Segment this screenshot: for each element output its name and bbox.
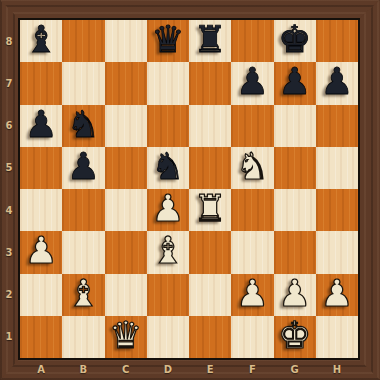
piece-white-pawn: ♟ [320,275,353,315]
frame-edge-top [0,0,380,20]
piece-white-rook: ♜ [194,190,227,230]
square-f6[interactable] [231,105,273,147]
rank-label-4: 4 [0,189,18,231]
square-a2[interactable] [20,274,62,316]
square-e8[interactable]: ♜ [189,20,231,62]
square-g1[interactable]: ♚ [274,316,316,358]
square-a1[interactable] [20,316,62,358]
file-label-f: F [231,358,273,380]
square-e3[interactable] [189,231,231,273]
rank-label-7: 7 [0,62,18,104]
square-a6[interactable]: ♟ [20,105,62,147]
square-h7[interactable]: ♟ [316,62,358,104]
square-g7[interactable]: ♟ [274,62,316,104]
rank-label-5: 5 [0,147,18,189]
rank-label-8: 8 [0,20,18,62]
square-c3[interactable] [105,231,147,273]
square-b7[interactable] [62,62,104,104]
square-d1[interactable] [147,316,189,358]
piece-black-pawn: ♟ [67,148,100,188]
square-b5[interactable]: ♟ [62,147,104,189]
piece-white-king: ♚ [278,317,311,357]
piece-white-bishop: ♝ [67,275,100,315]
square-b1[interactable] [62,316,104,358]
square-g8[interactable]: ♚ [274,20,316,62]
piece-black-pawn: ♟ [278,63,311,103]
piece-black-queen: ♛ [151,21,184,61]
square-h6[interactable] [316,105,358,147]
file-label-h: H [316,358,358,380]
square-a3[interactable]: ♟ [20,231,62,273]
square-e6[interactable] [189,105,231,147]
piece-white-queen: ♛ [109,317,142,357]
rank-labels: 87654321 [0,20,18,358]
rank-label-2: 2 [0,274,18,316]
file-label-b: B [62,358,104,380]
board-frame-inner: ♝♛♜♚♟♟♟♟♞♟♞♞♟♜♟♝♝♟♟♟♛♚ [18,18,360,360]
square-c6[interactable] [105,105,147,147]
square-d4[interactable]: ♟ [147,189,189,231]
square-c7[interactable] [105,62,147,104]
square-g2[interactable]: ♟ [274,274,316,316]
square-b4[interactable] [62,189,104,231]
piece-white-pawn: ♟ [278,275,311,315]
square-e2[interactable] [189,274,231,316]
rank-label-3: 3 [0,231,18,273]
square-f1[interactable] [231,316,273,358]
square-b2[interactable]: ♝ [62,274,104,316]
square-g5[interactable] [274,147,316,189]
square-b3[interactable] [62,231,104,273]
chess-board-widget: 87654321 ABCDEFGH ♝♛♜♚♟♟♟♟♞♟♞♞♟♜♟♝♝♟♟♟♛♚ [0,0,380,380]
file-label-d: D [147,358,189,380]
square-g6[interactable] [274,105,316,147]
square-f3[interactable] [231,231,273,273]
square-d6[interactable] [147,105,189,147]
square-f8[interactable] [231,20,273,62]
piece-black-rook: ♜ [194,21,227,61]
piece-black-pawn: ♟ [25,106,58,146]
square-e4[interactable]: ♜ [189,189,231,231]
square-d2[interactable] [147,274,189,316]
square-e1[interactable] [189,316,231,358]
square-b6[interactable]: ♞ [62,105,104,147]
square-h1[interactable] [316,316,358,358]
piece-white-bishop: ♝ [151,232,184,272]
piece-black-knight: ♞ [67,106,100,146]
square-e7[interactable] [189,62,231,104]
square-h4[interactable] [316,189,358,231]
square-a8[interactable]: ♝ [20,20,62,62]
square-d5[interactable]: ♞ [147,147,189,189]
square-h5[interactable] [316,147,358,189]
square-g4[interactable] [274,189,316,231]
square-e5[interactable] [189,147,231,189]
square-f5[interactable]: ♞ [231,147,273,189]
square-c4[interactable] [105,189,147,231]
piece-black-pawn: ♟ [320,63,353,103]
square-c2[interactable] [105,274,147,316]
square-f7[interactable]: ♟ [231,62,273,104]
file-label-c: C [105,358,147,380]
square-c8[interactable] [105,20,147,62]
square-d7[interactable] [147,62,189,104]
rank-label-1: 1 [0,316,18,358]
piece-black-pawn: ♟ [236,63,269,103]
square-f2[interactable]: ♟ [231,274,273,316]
file-labels: ABCDEFGH [20,358,358,380]
piece-white-pawn: ♟ [151,190,184,230]
square-c1[interactable]: ♛ [105,316,147,358]
piece-white-pawn: ♟ [25,232,58,272]
square-f4[interactable] [231,189,273,231]
rank-label-6: 6 [0,105,18,147]
file-label-e: E [189,358,231,380]
square-a4[interactable] [20,189,62,231]
piece-black-king: ♚ [278,21,311,61]
piece-black-knight: ♞ [151,148,184,188]
square-b8[interactable] [62,20,104,62]
square-h2[interactable]: ♟ [316,274,358,316]
square-c5[interactable] [105,147,147,189]
file-label-a: A [20,358,62,380]
square-d3[interactable]: ♝ [147,231,189,273]
square-d8[interactable]: ♛ [147,20,189,62]
square-a5[interactable] [20,147,62,189]
file-label-g: G [274,358,316,380]
piece-white-pawn: ♟ [236,275,269,315]
square-h8[interactable] [316,20,358,62]
square-g3[interactable] [274,231,316,273]
square-a7[interactable] [20,62,62,104]
frame-edge-right [358,0,380,380]
piece-black-bishop: ♝ [25,21,58,61]
square-h3[interactable] [316,231,358,273]
chess-board: ♝♛♜♚♟♟♟♟♞♟♞♞♟♜♟♝♝♟♟♟♛♚ [20,20,358,358]
piece-white-knight: ♞ [236,148,269,188]
